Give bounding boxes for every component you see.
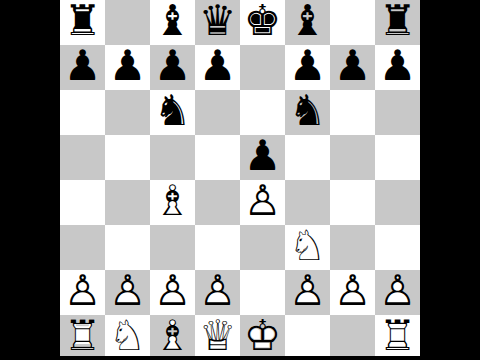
square-h1[interactable]: ♜♖: [375, 315, 420, 360]
square-d3[interactable]: [195, 225, 240, 270]
square-h7[interactable]: ♟: [375, 45, 420, 90]
square-g2[interactable]: ♟♙: [330, 270, 375, 315]
square-b1[interactable]: ♞♘: [105, 315, 150, 360]
square-e2[interactable]: [240, 270, 285, 315]
black-knight: ♞: [285, 90, 330, 135]
square-h4[interactable]: [375, 180, 420, 225]
square-e8[interactable]: ♚: [240, 0, 285, 45]
square-c1[interactable]: ♝♗: [150, 315, 195, 360]
square-c3[interactable]: [150, 225, 195, 270]
square-f7[interactable]: ♟: [285, 45, 330, 90]
white-knight: ♞♘: [105, 315, 150, 360]
square-b6[interactable]: [105, 90, 150, 135]
square-f1[interactable]: [285, 315, 330, 360]
square-b4[interactable]: [105, 180, 150, 225]
black-rook: ♜: [375, 0, 420, 45]
square-h6[interactable]: [375, 90, 420, 135]
square-e4[interactable]: ♟♙: [240, 180, 285, 225]
square-h5[interactable]: [375, 135, 420, 180]
square-b5[interactable]: [105, 135, 150, 180]
white-pawn: ♟♙: [60, 270, 105, 315]
white-bishop: ♝♗: [150, 180, 195, 225]
black-rook: ♜: [60, 0, 105, 45]
square-g4[interactable]: [330, 180, 375, 225]
square-d1[interactable]: ♛♕: [195, 315, 240, 360]
square-g8[interactable]: [330, 0, 375, 45]
square-c8[interactable]: ♝: [150, 0, 195, 45]
black-pawn: ♟: [150, 45, 195, 90]
black-queen: ♛: [195, 0, 240, 45]
square-e7[interactable]: [240, 45, 285, 90]
black-pawn: ♟: [105, 45, 150, 90]
square-d5[interactable]: [195, 135, 240, 180]
square-a3[interactable]: [60, 225, 105, 270]
white-rook: ♜♖: [60, 315, 105, 360]
square-f5[interactable]: [285, 135, 330, 180]
white-rook: ♜♖: [375, 315, 420, 360]
square-a8[interactable]: ♜: [60, 0, 105, 45]
white-pawn: ♟♙: [195, 270, 240, 315]
square-a4[interactable]: [60, 180, 105, 225]
white-pawn: ♟♙: [330, 270, 375, 315]
square-c2[interactable]: ♟♙: [150, 270, 195, 315]
square-b3[interactable]: [105, 225, 150, 270]
black-king: ♚: [240, 0, 285, 45]
black-knight: ♞: [150, 90, 195, 135]
square-g5[interactable]: [330, 135, 375, 180]
white-king: ♚♔: [240, 315, 285, 360]
square-e3[interactable]: [240, 225, 285, 270]
square-b7[interactable]: ♟: [105, 45, 150, 90]
white-bishop: ♝♗: [150, 315, 195, 360]
square-h2[interactable]: ♟♙: [375, 270, 420, 315]
square-e1[interactable]: ♚♔: [240, 315, 285, 360]
letterbox-bottom-bar: [0, 356, 480, 360]
white-pawn: ♟♙: [375, 270, 420, 315]
square-a5[interactable]: [60, 135, 105, 180]
square-c5[interactable]: [150, 135, 195, 180]
square-g6[interactable]: [330, 90, 375, 135]
square-h8[interactable]: ♜: [375, 0, 420, 45]
square-c6[interactable]: ♞: [150, 90, 195, 135]
video-frame: ♜♝♛♚♝♜♟♟♟♟♟♟♟♞♞♟♝♗♟♙♞♘♟♙♟♙♟♙♟♙♟♙♟♙♟♙♜♖♞♘…: [0, 0, 480, 360]
letterbox-right-bar: [420, 0, 480, 360]
square-d6[interactable]: [195, 90, 240, 135]
square-c7[interactable]: ♟: [150, 45, 195, 90]
square-e6[interactable]: [240, 90, 285, 135]
square-d2[interactable]: ♟♙: [195, 270, 240, 315]
black-bishop: ♝: [285, 0, 330, 45]
square-f8[interactable]: ♝: [285, 0, 330, 45]
black-pawn: ♟: [60, 45, 105, 90]
black-pawn: ♟: [330, 45, 375, 90]
square-h3[interactable]: [375, 225, 420, 270]
white-pawn: ♟♙: [105, 270, 150, 315]
square-c4[interactable]: ♝♗: [150, 180, 195, 225]
black-pawn: ♟: [375, 45, 420, 90]
white-pawn: ♟♙: [285, 270, 330, 315]
square-f6[interactable]: ♞: [285, 90, 330, 135]
white-pawn: ♟♙: [150, 270, 195, 315]
square-f2[interactable]: ♟♙: [285, 270, 330, 315]
square-a6[interactable]: [60, 90, 105, 135]
white-pawn: ♟♙: [240, 180, 285, 225]
square-b8[interactable]: [105, 0, 150, 45]
square-a2[interactable]: ♟♙: [60, 270, 105, 315]
square-f4[interactable]: [285, 180, 330, 225]
letterbox-left-bar: [0, 0, 60, 360]
square-b2[interactable]: ♟♙: [105, 270, 150, 315]
square-g7[interactable]: ♟: [330, 45, 375, 90]
square-d4[interactable]: [195, 180, 240, 225]
white-knight: ♞♘: [285, 225, 330, 270]
square-d7[interactable]: ♟: [195, 45, 240, 90]
square-f3[interactable]: ♞♘: [285, 225, 330, 270]
black-pawn: ♟: [240, 135, 285, 180]
square-g1[interactable]: [330, 315, 375, 360]
square-g3[interactable]: [330, 225, 375, 270]
square-e5[interactable]: ♟: [240, 135, 285, 180]
white-queen: ♛♕: [195, 315, 240, 360]
black-pawn: ♟: [285, 45, 330, 90]
black-bishop: ♝: [150, 0, 195, 45]
black-pawn: ♟: [195, 45, 240, 90]
chess-board: ♜♝♛♚♝♜♟♟♟♟♟♟♟♞♞♟♝♗♟♙♞♘♟♙♟♙♟♙♟♙♟♙♟♙♟♙♜♖♞♘…: [60, 0, 420, 360]
square-a1[interactable]: ♜♖: [60, 315, 105, 360]
square-d8[interactable]: ♛: [195, 0, 240, 45]
square-a7[interactable]: ♟: [60, 45, 105, 90]
